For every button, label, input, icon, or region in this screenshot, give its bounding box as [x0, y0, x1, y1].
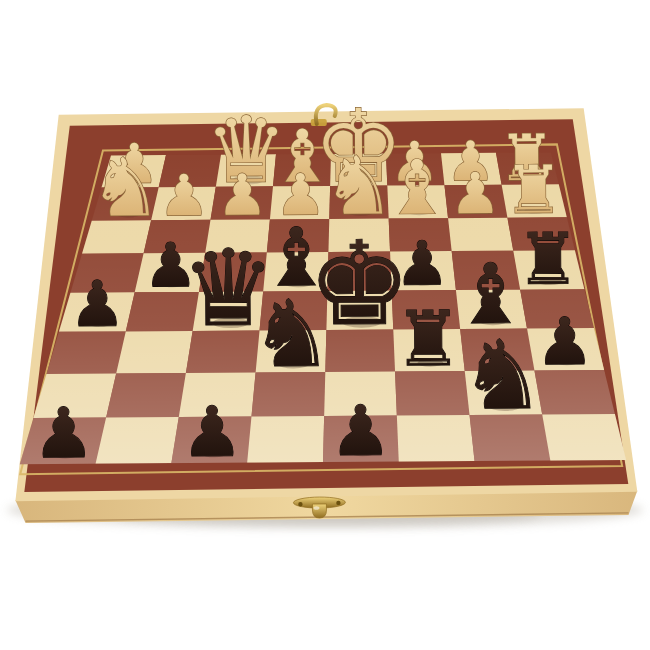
piece-glyph: ♞	[250, 280, 334, 389]
piece-black-pawn-c1: ♟	[181, 392, 244, 472]
piece-black-knight-d3: ♞	[250, 280, 334, 389]
piece-white-pawn-b7: ♟	[158, 162, 209, 228]
piece-black-rook-f3: ♜	[394, 295, 462, 383]
piece-black-knight-g2: ♞	[459, 319, 545, 431]
piece-glyph: ♟	[181, 392, 244, 472]
piece-glyph: ♟	[32, 393, 95, 473]
piece-white-knight-a7: ♞	[89, 140, 162, 235]
chess-box: ♟♛♝♚♟♟♜♞♟♟♟♞♝♟♜♟♝♟♜♟♛♚♝♞♜♟♞♟♟♟	[13, 86, 638, 523]
piece-glyph: ♞	[459, 319, 545, 431]
piece-glyph: ♟	[450, 160, 501, 226]
board-scene: ♟♛♝♚♟♟♜♞♟♟♟♞♝♟♜♟♝♟♜♟♛♚♝♞♜♟♞♟♟♟	[0, 0, 650, 650]
piece-glyph: ♟	[69, 268, 126, 341]
piece-black-pawn-a4: ♟	[69, 268, 126, 341]
piece-white-pawn-g7: ♟	[450, 160, 501, 226]
piece-black-pawn-e1: ♟	[329, 391, 392, 471]
piece-black-pawn-a1: ♟	[32, 393, 95, 473]
piece-glyph: ♜	[394, 295, 462, 383]
piece-glyph: ♟	[329, 391, 392, 471]
chess-set-photo: ♟♛♝♚♟♟♜♞♟♟♟♞♝♟♜♟♝♟♜♟♛♚♝♞♜♟♞♟♟♟	[0, 0, 650, 650]
piece-glyph: ♞	[89, 140, 162, 235]
piece-glyph: ♟	[158, 162, 209, 228]
